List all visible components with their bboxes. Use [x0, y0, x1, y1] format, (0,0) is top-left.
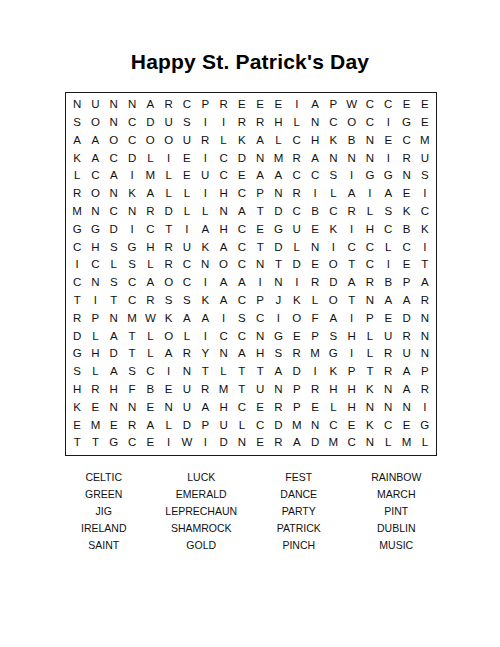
- word-list: CELTICGREENJIGIRELANDSAINTLUCKEMERALDLEP…: [55, 469, 445, 554]
- grid-cell-r9c8: K: [196, 238, 214, 256]
- grid-cell-r20c17: N: [361, 434, 379, 452]
- grid-cell-r6c11: P: [251, 185, 269, 203]
- grid-cell-r16c19: A: [397, 363, 415, 381]
- grid-cell-r7c12: D: [269, 203, 287, 221]
- grid-cell-r3c6: O: [159, 132, 177, 150]
- grid-cell-r19c17: K: [361, 416, 379, 434]
- grid-cell-r10c12: T: [269, 256, 287, 274]
- grid-cell-r5c12: A: [269, 167, 287, 185]
- grid-cell-r4c17: N: [361, 149, 379, 167]
- grid-cell-r8c4: I: [123, 221, 141, 239]
- grid-cell-r7c11: T: [251, 203, 269, 221]
- puzzle-title: Happy St. Patrick's Day: [0, 50, 500, 74]
- grid-cell-r11c20: A: [416, 274, 434, 292]
- grid-cell-r19c7: D: [178, 416, 196, 434]
- grid-cell-r10c5: L: [141, 256, 159, 274]
- grid-cell-r5c15: S: [324, 167, 342, 185]
- grid-cell-r1c1: N: [68, 96, 86, 114]
- grid-cell-r12c8: K: [196, 292, 214, 310]
- grid-cell-r17c14: R: [306, 381, 324, 399]
- grid-cell-r14c17: L: [361, 327, 379, 345]
- grid-cell-r3c11: A: [251, 132, 269, 150]
- grid-cell-r14c11: N: [251, 327, 269, 345]
- grid-cell-r16c1: S: [68, 363, 86, 381]
- grid-cell-r7c9: N: [214, 203, 232, 221]
- grid-cell-r7c3: C: [105, 203, 123, 221]
- grid-cell-r2c11: R: [251, 114, 269, 132]
- letter-grid: NUNNARCPREEEIAPWCCEESONCDUSIIRRHLNCOCIGE…: [65, 92, 437, 456]
- grid-cell-r16c8: T: [196, 363, 214, 381]
- grid-cell-r15c16: I: [342, 345, 360, 363]
- word-item: GREEN: [55, 486, 153, 503]
- grid-cell-r1c16: W: [342, 96, 360, 114]
- grid-cell-r1c20: E: [416, 96, 434, 114]
- grid-cell-r11c10: A: [233, 274, 251, 292]
- grid-cell-r9c10: C: [233, 238, 251, 256]
- grid-cell-r5c13: C: [288, 167, 306, 185]
- grid-cell-r3c19: C: [397, 132, 415, 150]
- grid-cell-r3c5: O: [141, 132, 159, 150]
- grid-cell-r20c16: C: [342, 434, 360, 452]
- grid-cell-r4c18: I: [379, 149, 397, 167]
- grid-cell-r8c5: C: [141, 221, 159, 239]
- grid-cell-r10c16: T: [342, 256, 360, 274]
- grid-cell-r12c20: R: [416, 292, 434, 310]
- grid-cell-r2c13: L: [288, 114, 306, 132]
- grid-cell-r15c2: H: [86, 345, 104, 363]
- grid-cell-r14c15: S: [324, 327, 342, 345]
- grid-cell-r19c13: M: [288, 416, 306, 434]
- grid-cell-r3c2: A: [86, 132, 104, 150]
- grid-cell-r19c16: E: [342, 416, 360, 434]
- grid-cell-r11c17: R: [361, 274, 379, 292]
- grid-cell-r5c18: G: [379, 167, 397, 185]
- grid-cell-r2c18: I: [379, 114, 397, 132]
- grid-cell-r15c9: N: [214, 345, 232, 363]
- grid-cell-r13c13: O: [288, 310, 306, 328]
- grid-cell-r6c17: I: [361, 185, 379, 203]
- grid-cell-r20c5: E: [141, 434, 159, 452]
- grid-cell-r18c14: E: [306, 399, 324, 417]
- grid-cell-r5c16: I: [342, 167, 360, 185]
- grid-cell-r4c12: M: [269, 149, 287, 167]
- grid-cell-r14c19: R: [397, 327, 415, 345]
- grid-cell-r4c3: C: [105, 149, 123, 167]
- grid-cell-r3c1: A: [68, 132, 86, 150]
- grid-cell-r12c19: A: [397, 292, 415, 310]
- grid-cell-r11c3: S: [105, 274, 123, 292]
- grid-cell-r2c5: D: [141, 114, 159, 132]
- grid-cell-r17c8: R: [196, 381, 214, 399]
- grid-cell-r12c11: P: [251, 292, 269, 310]
- grid-cell-r10c11: N: [251, 256, 269, 274]
- grid-cell-r8c16: I: [342, 221, 360, 239]
- grid-cell-r5c20: S: [416, 167, 434, 185]
- grid-cell-r14c2: L: [86, 327, 104, 345]
- grid-cell-r1c13: I: [288, 96, 306, 114]
- grid-cell-r2c7: S: [178, 114, 196, 132]
- grid-cell-r2c1: S: [68, 114, 86, 132]
- grid-cell-r2c14: N: [306, 114, 324, 132]
- grid-cell-r6c12: N: [269, 185, 287, 203]
- grid-cell-r13c17: P: [361, 310, 379, 328]
- grid-cell-r17c18: N: [379, 381, 397, 399]
- grid-cell-r11c14: R: [306, 274, 324, 292]
- grid-cell-r7c16: R: [342, 203, 360, 221]
- grid-cell-r16c7: N: [178, 363, 196, 381]
- grid-cell-r5c1: L: [68, 167, 86, 185]
- grid-cell-r2c4: C: [123, 114, 141, 132]
- grid-cell-r9c3: S: [105, 238, 123, 256]
- grid-cell-r15c11: H: [251, 345, 269, 363]
- grid-cell-r6c2: O: [86, 185, 104, 203]
- grid-cell-r3c14: H: [306, 132, 324, 150]
- grid-cell-r8c10: C: [233, 221, 251, 239]
- grid-cell-r9c19: C: [397, 238, 415, 256]
- grid-cell-r19c15: C: [324, 416, 342, 434]
- grid-cell-r7c2: N: [86, 203, 104, 221]
- grid-cell-r15c3: D: [105, 345, 123, 363]
- grid-cell-r4c10: D: [233, 149, 251, 167]
- grid-cell-r15c6: A: [159, 345, 177, 363]
- grid-cell-r4c16: N: [342, 149, 360, 167]
- grid-cell-r17c1: H: [68, 381, 86, 399]
- grid-cell-r20c9: D: [214, 434, 232, 452]
- grid-cell-r12c5: R: [141, 292, 159, 310]
- grid-cell-r11c12: N: [269, 274, 287, 292]
- grid-cell-r18c1: K: [68, 399, 86, 417]
- grid-cell-r8c13: U: [288, 221, 306, 239]
- grid-cell-r5c17: G: [361, 167, 379, 185]
- grid-cell-r7c13: C: [288, 203, 306, 221]
- grid-cell-r17c11: U: [251, 381, 269, 399]
- grid-cell-r2c17: C: [361, 114, 379, 132]
- grid-cell-r18c17: N: [361, 399, 379, 417]
- grid-cell-r8c18: C: [379, 221, 397, 239]
- grid-cell-r15c12: S: [269, 345, 287, 363]
- grid-cell-r16c6: I: [159, 363, 177, 381]
- grid-cell-r9c14: N: [306, 238, 324, 256]
- grid-cell-r13c19: D: [397, 310, 415, 328]
- word-list-column-3: FESTDANCEPARTYPATRICKPINCH: [250, 469, 348, 554]
- grid-cell-r20c3: G: [105, 434, 123, 452]
- grid-cell-r4c6: I: [159, 149, 177, 167]
- grid-cell-r13c10: S: [233, 310, 251, 328]
- grid-cell-r16c9: L: [214, 363, 232, 381]
- grid-cell-r1c4: N: [123, 96, 141, 114]
- grid-cell-r11c8: I: [196, 274, 214, 292]
- grid-cell-r9c2: H: [86, 238, 104, 256]
- grid-cell-r5c7: E: [178, 167, 196, 185]
- grid-cell-r10c18: I: [379, 256, 397, 274]
- grid-cell-r13c14: F: [306, 310, 324, 328]
- grid-cell-r3c13: C: [288, 132, 306, 150]
- grid-cell-r17c19: A: [397, 381, 415, 399]
- grid-cell-r18c18: N: [379, 399, 397, 417]
- grid-cell-r10c13: D: [288, 256, 306, 274]
- grid-cell-r18c4: N: [123, 399, 141, 417]
- grid-cell-r6c13: R: [288, 185, 306, 203]
- grid-cell-r12c17: N: [361, 292, 379, 310]
- grid-cell-r7c20: C: [416, 203, 434, 221]
- grid-cell-r14c18: U: [379, 327, 397, 345]
- grid-cell-r19c3: E: [105, 416, 123, 434]
- grid-cell-r16c14: I: [306, 363, 324, 381]
- grid-cell-r1c10: E: [233, 96, 251, 114]
- grid-cell-r20c7: W: [178, 434, 196, 452]
- grid-cell-r18c6: N: [159, 399, 177, 417]
- grid-cell-r10c20: T: [416, 256, 434, 274]
- grid-cell-r7c5: R: [141, 203, 159, 221]
- grid-cell-r2c15: C: [324, 114, 342, 132]
- grid-cell-r11c15: D: [324, 274, 342, 292]
- grid-cell-r16c17: T: [361, 363, 379, 381]
- grid-cell-r18c15: L: [324, 399, 342, 417]
- grid-cell-r18c2: E: [86, 399, 104, 417]
- grid-cell-r18c20: I: [416, 399, 434, 417]
- word-item: PATRICK: [250, 520, 348, 537]
- grid-cell-r17c3: H: [105, 381, 123, 399]
- grid-cell-r12c4: C: [123, 292, 141, 310]
- grid-cell-r9c12: D: [269, 238, 287, 256]
- grid-cell-r10c3: L: [105, 256, 123, 274]
- grid-cell-r14c3: A: [105, 327, 123, 345]
- grid-cell-r17c20: R: [416, 381, 434, 399]
- word-item: PINCH: [250, 537, 348, 554]
- grid-cell-r10c4: S: [123, 256, 141, 274]
- grid-cell-r20c8: I: [196, 434, 214, 452]
- grid-cell-r3c12: L: [269, 132, 287, 150]
- grid-cell-r15c17: L: [361, 345, 379, 363]
- grid-cell-r2c16: O: [342, 114, 360, 132]
- grid-cell-r14c7: L: [178, 327, 196, 345]
- grid-cell-r16c5: C: [141, 363, 159, 381]
- grid-cell-r4c2: A: [86, 149, 104, 167]
- grid-cell-r13c20: N: [416, 310, 434, 328]
- grid-cell-r18c11: E: [251, 399, 269, 417]
- grid-cell-r1c5: A: [141, 96, 159, 114]
- word-item: SHAMROCK: [153, 520, 251, 537]
- grid-cell-r7c17: L: [361, 203, 379, 221]
- grid-cell-r20c15: M: [324, 434, 342, 452]
- word-item: JIG: [55, 503, 153, 520]
- grid-cell-r8c15: K: [324, 221, 342, 239]
- grid-cell-r3c17: N: [361, 132, 379, 150]
- grid-cell-r9c20: I: [416, 238, 434, 256]
- grid-cell-r7c4: N: [123, 203, 141, 221]
- grid-cell-r15c14: M: [306, 345, 324, 363]
- grid-cell-r1c8: P: [196, 96, 214, 114]
- grid-cell-r20c20: L: [416, 434, 434, 452]
- grid-cell-r4c11: N: [251, 149, 269, 167]
- grid-cell-r5c3: A: [105, 167, 123, 185]
- grid-cell-r10c14: E: [306, 256, 324, 274]
- grid-cell-r19c5: A: [141, 416, 159, 434]
- grid-cell-r3c7: U: [178, 132, 196, 150]
- grid-cell-r15c13: R: [288, 345, 306, 363]
- grid-cell-r10c10: C: [233, 256, 251, 274]
- grid-cell-r9c9: A: [214, 238, 232, 256]
- grid-cell-r20c13: A: [288, 434, 306, 452]
- grid-cell-r2c8: I: [196, 114, 214, 132]
- grid-cell-r14c1: D: [68, 327, 86, 345]
- grid-cell-r1c6: R: [159, 96, 177, 114]
- grid-cell-r13c18: E: [379, 310, 397, 328]
- word-item: IRELAND: [55, 520, 153, 537]
- grid-cell-r12c16: T: [342, 292, 360, 310]
- word-list-column-4: RAINBOWMARCHPINTDUBLINMUSIC: [348, 469, 446, 554]
- grid-cell-r2c19: G: [397, 114, 415, 132]
- grid-cell-r2c12: H: [269, 114, 287, 132]
- grid-cell-r19c11: C: [251, 416, 269, 434]
- grid-cell-r1c7: C: [178, 96, 196, 114]
- grid-cell-r13c11: C: [251, 310, 269, 328]
- grid-cell-r16c4: S: [123, 363, 141, 381]
- grid-cell-r8c12: G: [269, 221, 287, 239]
- grid-cell-r9c16: C: [342, 238, 360, 256]
- grid-cell-r12c7: S: [178, 292, 196, 310]
- grid-cell-r13c2: P: [86, 310, 104, 328]
- grid-cell-r11c13: I: [288, 274, 306, 292]
- grid-cell-r6c14: I: [306, 185, 324, 203]
- grid-cell-r17c4: F: [123, 381, 141, 399]
- grid-cell-r3c8: R: [196, 132, 214, 150]
- grid-cell-r18c7: U: [178, 399, 196, 417]
- grid-cell-r3c15: K: [324, 132, 342, 150]
- grid-cell-r3c20: M: [416, 132, 434, 150]
- grid-cell-r5c6: L: [159, 167, 177, 185]
- grid-cell-r12c14: L: [306, 292, 324, 310]
- grid-cell-r9c4: G: [123, 238, 141, 256]
- grid-cell-r9c18: L: [379, 238, 397, 256]
- grid-cell-r10c6: R: [159, 256, 177, 274]
- grid-cell-r2c6: U: [159, 114, 177, 132]
- grid-cell-r8c7: I: [178, 221, 196, 239]
- grid-cell-r20c18: L: [379, 434, 397, 452]
- grid-cell-r20c11: E: [251, 434, 269, 452]
- worksheet-page: Happy St. Patrick's Day NUNNARCPREEEIAPW…: [0, 0, 500, 647]
- grid-cell-r13c9: I: [214, 310, 232, 328]
- grid-cell-r14c5: L: [141, 327, 159, 345]
- grid-cell-r3c9: L: [214, 132, 232, 150]
- word-list-column-2: LUCKEMERALDLEPRECHAUNSHAMROCKGOLD: [153, 469, 251, 554]
- grid-cell-r15c19: U: [397, 345, 415, 363]
- grid-cell-r9c11: T: [251, 238, 269, 256]
- grid-cell-r12c13: K: [288, 292, 306, 310]
- word-item: GOLD: [153, 537, 251, 554]
- grid-cell-r13c3: N: [105, 310, 123, 328]
- grid-cell-r8c17: H: [361, 221, 379, 239]
- grid-cell-r7c8: L: [196, 203, 214, 221]
- grid-cell-r12c6: S: [159, 292, 177, 310]
- grid-cell-r9c13: L: [288, 238, 306, 256]
- grid-cell-r20c12: R: [269, 434, 287, 452]
- grid-cell-r9c17: C: [361, 238, 379, 256]
- grid-cell-r1c17: C: [361, 96, 379, 114]
- grid-cell-r4c9: C: [214, 149, 232, 167]
- grid-cell-r14c6: O: [159, 327, 177, 345]
- grid-cell-r20c2: T: [86, 434, 104, 452]
- grid-cell-r13c12: I: [269, 310, 287, 328]
- grid-cell-r8c3: D: [105, 221, 123, 239]
- grid-cell-r19c19: E: [397, 416, 415, 434]
- grid-cell-r12c1: T: [68, 292, 86, 310]
- grid-cell-r7c15: C: [324, 203, 342, 221]
- grid-cell-r4c8: I: [196, 149, 214, 167]
- grid-cell-r19c1: E: [68, 416, 86, 434]
- grid-cell-r11c16: A: [342, 274, 360, 292]
- grid-cell-r14c9: C: [214, 327, 232, 345]
- grid-cell-r8c19: B: [397, 221, 415, 239]
- grid-cell-r6c5: A: [141, 185, 159, 203]
- grid-cell-r13c6: K: [159, 310, 177, 328]
- grid-cell-r5c8: U: [196, 167, 214, 185]
- grid-cell-r20c14: D: [306, 434, 324, 452]
- grid-cell-r5c19: N: [397, 167, 415, 185]
- grid-cell-r18c9: H: [214, 399, 232, 417]
- grid-cell-r7c1: M: [68, 203, 86, 221]
- word-item: LUCK: [153, 469, 251, 486]
- grid-cell-r10c8: N: [196, 256, 214, 274]
- grid-cell-r18c5: E: [141, 399, 159, 417]
- grid-cell-r15c1: G: [68, 345, 86, 363]
- grid-cell-r17c9: M: [214, 381, 232, 399]
- grid-cell-r5c11: A: [251, 167, 269, 185]
- grid-cell-r4c14: A: [306, 149, 324, 167]
- grid-cell-r19c18: C: [379, 416, 397, 434]
- grid-cell-r18c3: N: [105, 399, 123, 417]
- grid-cell-r12c9: A: [214, 292, 232, 310]
- grid-cell-r15c18: R: [379, 345, 397, 363]
- grid-cell-r10c1: I: [68, 256, 86, 274]
- grid-cell-r10c19: E: [397, 256, 415, 274]
- grid-cell-r7c6: D: [159, 203, 177, 221]
- grid-cell-r13c5: W: [141, 310, 159, 328]
- grid-cell-r13c8: A: [196, 310, 214, 328]
- grid-cell-r10c17: C: [361, 256, 379, 274]
- grid-cell-r14c14: P: [306, 327, 324, 345]
- grid-cell-r16c13: D: [288, 363, 306, 381]
- grid-cell-r1c15: P: [324, 96, 342, 114]
- grid-cell-r19c2: M: [86, 416, 104, 434]
- grid-cell-r20c10: N: [233, 434, 251, 452]
- grid-cell-r16c16: P: [342, 363, 360, 381]
- grid-cell-r8c11: E: [251, 221, 269, 239]
- grid-cell-r17c7: U: [178, 381, 196, 399]
- grid-cell-r6c6: L: [159, 185, 177, 203]
- word-list-column-1: CELTICGREENJIGIRELANDSAINT: [55, 469, 153, 554]
- grid-cell-r6c8: I: [196, 185, 214, 203]
- grid-cell-r9c5: H: [141, 238, 159, 256]
- grid-cell-r9c7: U: [178, 238, 196, 256]
- word-item: FEST: [250, 469, 348, 486]
- grid-cell-r5c9: C: [214, 167, 232, 185]
- grid-cell-r19c6: L: [159, 416, 177, 434]
- grid-cell-r16c10: T: [233, 363, 251, 381]
- grid-cell-r3c16: B: [342, 132, 360, 150]
- grid-cell-r6c7: L: [178, 185, 196, 203]
- grid-cell-r16c12: A: [269, 363, 287, 381]
- grid-cell-r4c13: R: [288, 149, 306, 167]
- grid-cell-r10c9: O: [214, 256, 232, 274]
- grid-cell-r4c19: R: [397, 149, 415, 167]
- grid-cell-r11c19: P: [397, 274, 415, 292]
- grid-cell-r17c6: E: [159, 381, 177, 399]
- grid-cell-r18c10: C: [233, 399, 251, 417]
- grid-cell-r6c1: R: [68, 185, 86, 203]
- grid-cell-r1c18: C: [379, 96, 397, 114]
- grid-cell-r15c10: A: [233, 345, 251, 363]
